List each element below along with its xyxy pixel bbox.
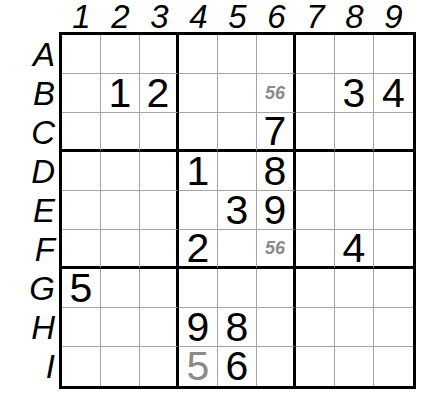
col-label-8: 8 bbox=[335, 2, 374, 32]
cell-B2[interactable]: 1 bbox=[101, 74, 140, 113]
cell-D6[interactable]: 8 bbox=[257, 152, 296, 191]
cell-F8[interactable]: 4 bbox=[335, 230, 374, 269]
col-label-1: 1 bbox=[62, 2, 101, 32]
cell-F2[interactable] bbox=[101, 230, 140, 269]
cell-H5[interactable]: 8 bbox=[218, 308, 257, 347]
col-label-4: 4 bbox=[179, 2, 218, 32]
cell-B9[interactable]: 4 bbox=[374, 74, 413, 113]
row-label-B: B bbox=[0, 74, 59, 113]
cell-D7[interactable] bbox=[296, 152, 335, 191]
cell-H3[interactable] bbox=[140, 308, 179, 347]
row-label-E: E bbox=[0, 191, 59, 230]
row-label-H: H bbox=[0, 308, 59, 347]
sudoku-app-window: 123456789 ABCDEFGHI 12563471839256459856 bbox=[0, 0, 439, 394]
cell-I1[interactable] bbox=[62, 347, 101, 386]
cell-F4[interactable]: 2 bbox=[179, 230, 218, 269]
cell-F1[interactable] bbox=[62, 230, 101, 269]
cell-F7[interactable] bbox=[296, 230, 335, 269]
cell-E5[interactable]: 3 bbox=[218, 191, 257, 230]
cell-C6[interactable]: 7 bbox=[257, 113, 296, 152]
cell-C8[interactable] bbox=[335, 113, 374, 152]
col-label-3: 3 bbox=[140, 2, 179, 32]
cell-G5[interactable] bbox=[218, 269, 257, 308]
cell-D1[interactable] bbox=[62, 152, 101, 191]
cell-B5[interactable] bbox=[218, 74, 257, 113]
given-digit-B8: 3 bbox=[343, 74, 366, 113]
cell-F3[interactable] bbox=[140, 230, 179, 269]
cell-A8[interactable] bbox=[335, 35, 374, 74]
cell-C5[interactable] bbox=[218, 113, 257, 152]
cell-E4[interactable] bbox=[179, 191, 218, 230]
cell-F9[interactable] bbox=[374, 230, 413, 269]
cell-F5[interactable] bbox=[218, 230, 257, 269]
cell-E9[interactable] bbox=[374, 191, 413, 230]
cell-C9[interactable] bbox=[374, 113, 413, 152]
cell-A3[interactable] bbox=[140, 35, 179, 74]
cell-H4[interactable]: 9 bbox=[179, 308, 218, 347]
row-label-A: A bbox=[0, 35, 59, 74]
given-digit-B3: 2 bbox=[147, 74, 170, 113]
cell-E7[interactable] bbox=[296, 191, 335, 230]
row-label-F: F bbox=[0, 230, 59, 269]
col-label-2: 2 bbox=[101, 2, 140, 32]
cell-D2[interactable] bbox=[101, 152, 140, 191]
pencil-marks-F6: 56 bbox=[265, 239, 285, 257]
sudoku-grid: 12563471839256459856 bbox=[59, 32, 416, 389]
cell-I7[interactable] bbox=[296, 347, 335, 386]
cell-G4[interactable] bbox=[179, 269, 218, 308]
cell-I8[interactable] bbox=[335, 347, 374, 386]
cell-A4[interactable] bbox=[179, 35, 218, 74]
cell-C1[interactable] bbox=[62, 113, 101, 152]
given-digit-B2: 1 bbox=[109, 74, 132, 113]
cell-G7[interactable] bbox=[296, 269, 335, 308]
col-label-6: 6 bbox=[257, 2, 296, 32]
cell-H6[interactable] bbox=[257, 308, 296, 347]
given-digit-H5: 8 bbox=[226, 308, 249, 347]
given-digit-B9: 4 bbox=[382, 74, 405, 113]
cell-E8[interactable] bbox=[335, 191, 374, 230]
cell-C2[interactable] bbox=[101, 113, 140, 152]
cell-G6[interactable] bbox=[257, 269, 296, 308]
cell-G3[interactable] bbox=[140, 269, 179, 308]
row-label-D: D bbox=[0, 152, 59, 191]
row-label-G: G bbox=[0, 269, 59, 308]
cell-B8[interactable]: 3 bbox=[335, 74, 374, 113]
cell-H7[interactable] bbox=[296, 308, 335, 347]
cell-B7[interactable] bbox=[296, 74, 335, 113]
cell-I4[interactable]: 5 bbox=[179, 347, 218, 386]
cell-H2[interactable] bbox=[101, 308, 140, 347]
cell-D5[interactable] bbox=[218, 152, 257, 191]
cell-I3[interactable] bbox=[140, 347, 179, 386]
cell-I2[interactable] bbox=[101, 347, 140, 386]
col-label-5: 5 bbox=[218, 2, 257, 32]
cell-B3[interactable]: 2 bbox=[140, 74, 179, 113]
given-digit-E6: 9 bbox=[264, 191, 287, 230]
user-digit-I4: 5 bbox=[187, 347, 210, 386]
cell-A1[interactable] bbox=[62, 35, 101, 74]
cell-A5[interactable] bbox=[218, 35, 257, 74]
given-digit-E5: 3 bbox=[226, 191, 249, 230]
cell-A2[interactable] bbox=[101, 35, 140, 74]
cell-B1[interactable] bbox=[62, 74, 101, 113]
pencil-marks-B6: 56 bbox=[265, 84, 285, 102]
given-digit-C6: 7 bbox=[264, 113, 287, 152]
cell-F6[interactable]: 56 bbox=[257, 230, 296, 269]
cell-H9[interactable] bbox=[374, 308, 413, 347]
cell-D3[interactable] bbox=[140, 152, 179, 191]
cell-C4[interactable] bbox=[179, 113, 218, 152]
cell-E6[interactable]: 9 bbox=[257, 191, 296, 230]
given-digit-F8: 4 bbox=[343, 230, 366, 269]
cell-A6[interactable] bbox=[257, 35, 296, 74]
cell-G9[interactable] bbox=[374, 269, 413, 308]
cell-A7[interactable] bbox=[296, 35, 335, 74]
cell-G2[interactable] bbox=[101, 269, 140, 308]
cell-G1[interactable]: 5 bbox=[62, 269, 101, 308]
col-label-9: 9 bbox=[374, 2, 413, 32]
row-label-I: I bbox=[0, 347, 59, 386]
col-label-7: 7 bbox=[296, 2, 335, 32]
cell-I9[interactable] bbox=[374, 347, 413, 386]
given-digit-G1: 5 bbox=[70, 269, 93, 308]
given-digit-D4: 1 bbox=[187, 152, 210, 191]
cell-B4[interactable] bbox=[179, 74, 218, 113]
sudoku-board: 123456789 ABCDEFGHI 12563471839256459856 bbox=[0, 0, 439, 389]
cell-H1[interactable] bbox=[62, 308, 101, 347]
cell-A9[interactable] bbox=[374, 35, 413, 74]
cell-I6[interactable] bbox=[257, 347, 296, 386]
cell-D8[interactable] bbox=[335, 152, 374, 191]
cell-G8[interactable] bbox=[335, 269, 374, 308]
cell-C7[interactable] bbox=[296, 113, 335, 152]
given-digit-D6: 8 bbox=[264, 152, 287, 191]
cell-C3[interactable] bbox=[140, 113, 179, 152]
cell-B6[interactable]: 56 bbox=[257, 74, 296, 113]
row-label-C: C bbox=[0, 113, 59, 152]
corner-spacer bbox=[0, 0, 59, 32]
given-digit-F4: 2 bbox=[187, 230, 210, 269]
cell-H8[interactable] bbox=[335, 308, 374, 347]
row-labels: ABCDEFGHI bbox=[0, 32, 59, 389]
cell-D9[interactable] bbox=[374, 152, 413, 191]
given-digit-I5: 6 bbox=[226, 347, 249, 386]
cell-E3[interactable] bbox=[140, 191, 179, 230]
cell-D4[interactable]: 1 bbox=[179, 152, 218, 191]
cell-I5[interactable]: 6 bbox=[218, 347, 257, 386]
given-digit-H4: 9 bbox=[187, 308, 210, 347]
cell-E2[interactable] bbox=[101, 191, 140, 230]
column-labels: 123456789 bbox=[59, 0, 416, 32]
cell-E1[interactable] bbox=[62, 191, 101, 230]
